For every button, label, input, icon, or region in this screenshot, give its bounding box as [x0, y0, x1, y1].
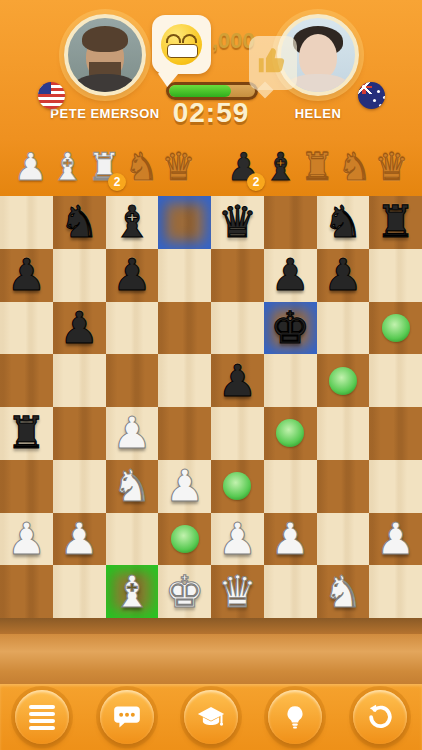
lightbulb-icon: [282, 704, 308, 730]
piece-white-pawn: ♟: [376, 517, 415, 561]
square-e6[interactable]: [211, 302, 264, 355]
square-g5[interactable]: [317, 354, 370, 407]
piece-black-knight: ♞: [59, 200, 98, 244]
piece-white-pawn: ♟: [270, 517, 309, 561]
square-e2[interactable]: ♟: [211, 513, 264, 566]
piece-black-pawn: ♟: [7, 253, 46, 297]
square-a4[interactable]: ♜: [0, 407, 53, 460]
menu-icon: [29, 705, 55, 730]
ghost-queen-icon: ♛: [374, 148, 408, 186]
captured-black-bishop: ♝: [262, 141, 299, 193]
square-f8[interactable]: [264, 196, 317, 249]
square-b6[interactable]: ♟: [53, 302, 106, 355]
emoji-chat-bubble[interactable]: [152, 15, 211, 74]
bishop-icon: ♝: [263, 148, 297, 186]
piece-white-bishop: ♝: [112, 570, 151, 614]
square-g3[interactable]: [317, 460, 370, 513]
square-a3[interactable]: [0, 460, 53, 513]
captured-white-pawn: ♟: [12, 141, 49, 193]
captured-tray-right: ♟2♝♜♞♛: [225, 138, 410, 196]
square-h4[interactable]: [369, 407, 422, 460]
piece-black-pawn: ♟: [112, 253, 151, 297]
square-f2[interactable]: ♟: [264, 513, 317, 566]
square-b2[interactable]: ♟: [53, 513, 106, 566]
square-b8[interactable]: ♞: [53, 196, 106, 249]
square-h1[interactable]: [369, 565, 422, 618]
piece-white-pawn: ♟: [7, 517, 46, 561]
square-a7[interactable]: ♟: [0, 249, 53, 302]
ghost-knight-icon: ♞: [124, 148, 158, 186]
square-e1[interactable]: ♛: [211, 565, 264, 618]
piece-black-king: ♚: [270, 306, 309, 350]
timer-progress-fill: [169, 85, 231, 97]
square-c5[interactable]: [106, 354, 159, 407]
piece-black-pawn: ♟: [323, 253, 362, 297]
square-g7[interactable]: ♟: [317, 249, 370, 302]
captured-tray-left: ♟♝♜2♞♛: [12, 138, 197, 196]
square-g6[interactable]: [317, 302, 370, 355]
piece-black-knight: ♞: [323, 200, 362, 244]
square-d4[interactable]: [158, 407, 211, 460]
square-d7[interactable]: [158, 249, 211, 302]
piece-white-pawn: ♟: [59, 517, 98, 561]
square-d2[interactable]: [158, 513, 211, 566]
square-c2[interactable]: [106, 513, 159, 566]
ghost-rook-icon: ♜: [300, 148, 334, 186]
square-b3[interactable]: [53, 460, 106, 513]
legal-move-dot[interactable]: [382, 314, 410, 342]
square-d8[interactable]: [158, 196, 211, 249]
square-c4[interactable]: ♟: [106, 407, 159, 460]
avatar-pete[interactable]: [64, 14, 146, 96]
piece-black-pawn: ♟: [270, 253, 309, 297]
square-g8[interactable]: ♞: [317, 196, 370, 249]
square-d5[interactable]: [158, 354, 211, 407]
square-a5[interactable]: [0, 354, 53, 407]
bottom-toolbar: [0, 684, 422, 750]
captured-pieces-row: ♟♝♜2♞♛ ♟2♝♜♞♛: [0, 138, 422, 196]
captured-slot-rook: ♜: [299, 141, 336, 193]
wood-shelf: [0, 634, 422, 684]
captured-slot-queen: ♛: [373, 141, 410, 193]
legal-move-dot[interactable]: [276, 419, 304, 447]
square-g2[interactable]: [317, 513, 370, 566]
captured-slot-knight: ♞: [123, 141, 160, 193]
square-b7[interactable]: [53, 249, 106, 302]
square-b4[interactable]: [53, 407, 106, 460]
square-h5[interactable]: [369, 354, 422, 407]
piece-white-pawn: ♟: [165, 464, 204, 508]
captured-white-rook: ♜2: [86, 141, 123, 193]
square-a6[interactable]: [0, 302, 53, 355]
piece-black-queen: ♛: [218, 200, 257, 244]
square-e7[interactable]: [211, 249, 264, 302]
legal-move-dot[interactable]: [329, 367, 357, 395]
square-b5[interactable]: [53, 354, 106, 407]
square-d6[interactable]: [158, 302, 211, 355]
captured-slot-queen: ♛: [160, 141, 197, 193]
square-g1[interactable]: ♞: [317, 565, 370, 618]
hint-button[interactable]: [268, 690, 322, 744]
square-a2[interactable]: ♟: [0, 513, 53, 566]
square-d3[interactable]: ♟: [158, 460, 211, 513]
piece-white-pawn: ♟: [112, 411, 151, 455]
avatar-shoulders: [74, 74, 136, 96]
avatar-hair: [82, 26, 128, 52]
square-f5[interactable]: [264, 354, 317, 407]
square-c1[interactable]: ♝: [106, 565, 159, 618]
piece-white-pawn: ♟: [218, 517, 257, 561]
chat-bubble-icon: [113, 703, 141, 731]
chess-board: ♞♝♛♞♜♟♟♟♟♟♚♟♜♟♞♟♟♟♟♟♟♝♚♛♞: [0, 196, 422, 618]
square-b1[interactable]: [53, 565, 106, 618]
piece-black-rook: ♜: [7, 411, 46, 455]
square-h7[interactable]: [369, 249, 422, 302]
square-d1[interactable]: ♚: [158, 565, 211, 618]
square-e4[interactable]: [211, 407, 264, 460]
legal-move-dot[interactable]: [223, 472, 251, 500]
board-bottom-ledge: [0, 618, 422, 634]
ghost-knight-icon: ♞: [337, 148, 371, 186]
square-e3[interactable]: [211, 460, 264, 513]
square-c6[interactable]: [106, 302, 159, 355]
captured-white-bishop: ♝: [49, 141, 86, 193]
piece-white-knight: ♞: [323, 570, 362, 614]
ghost-queen-icon: ♛: [161, 148, 195, 186]
piece-black-pawn: ♟: [59, 306, 98, 350]
square-c7[interactable]: ♟: [106, 249, 159, 302]
square-h8[interactable]: ♜: [369, 196, 422, 249]
square-h6[interactable]: [369, 302, 422, 355]
square-f4[interactable]: [264, 407, 317, 460]
chat-button[interactable]: [100, 690, 154, 744]
captured-slot-knight: ♞: [336, 141, 373, 193]
piece-black-bishop: ♝: [112, 200, 151, 244]
thumbs-up-sticker[interactable]: [249, 36, 297, 90]
learn-button[interactable]: [184, 690, 238, 744]
square-h2[interactable]: ♟: [369, 513, 422, 566]
captured-black-pawn: ♟2: [225, 141, 262, 193]
square-f3[interactable]: [264, 460, 317, 513]
menu-button[interactable]: [15, 690, 69, 744]
us-flag-icon: [38, 82, 65, 109]
australia-flag-icon: [358, 82, 385, 109]
square-a8[interactable]: [0, 196, 53, 249]
piece-white-king: ♚: [165, 570, 204, 614]
bishop-icon: ♝: [50, 148, 84, 186]
square-a1[interactable]: [0, 565, 53, 618]
square-c3[interactable]: ♞: [106, 460, 159, 513]
square-f1[interactable]: [264, 565, 317, 618]
square-h3[interactable]: [369, 460, 422, 513]
pawn-icon: ♟: [13, 148, 47, 186]
square-e8[interactable]: ♛: [211, 196, 264, 249]
piece-black-pawn: ♟: [218, 359, 257, 403]
thumbs-up-icon: [256, 44, 290, 78]
undo-button[interactable]: [353, 690, 407, 744]
square-f7[interactable]: ♟: [264, 249, 317, 302]
square-g4[interactable]: [317, 407, 370, 460]
square-f6[interactable]: ♚: [264, 302, 317, 355]
grinning-emoji-icon: [161, 24, 202, 65]
piece-white-queen: ♛: [218, 570, 257, 614]
graduation-cap-icon: [196, 702, 226, 732]
undo-rotate-icon: [366, 703, 394, 731]
square-c8[interactable]: ♝: [106, 196, 159, 249]
piece-white-knight: ♞: [112, 464, 151, 508]
square-e5[interactable]: ♟: [211, 354, 264, 407]
piece-black-rook: ♜: [376, 200, 415, 244]
legal-move-dot[interactable]: [171, 525, 199, 553]
